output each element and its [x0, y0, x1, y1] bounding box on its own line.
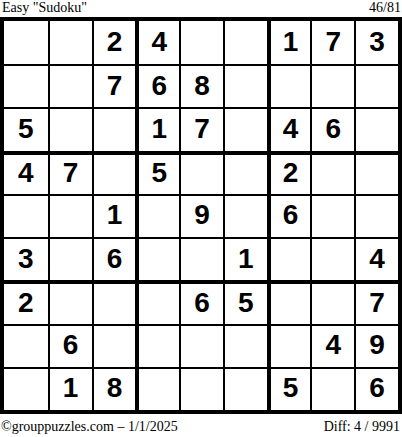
given-digit: 4 [18, 159, 34, 187]
copyright-date: ©grouppuzzles.com – 1/1/2025 [1, 419, 178, 435]
given-digit: 5 [151, 159, 167, 187]
cell-r1c3: 2 [92, 21, 136, 64]
cell-r6c3: 6 [92, 237, 136, 280]
cell-r4c8[interactable] [310, 151, 354, 194]
cell-r5c6[interactable] [223, 194, 267, 237]
cell-r2c5: 8 [179, 64, 223, 107]
cell-r8c7[interactable] [267, 324, 311, 367]
cell-r8c4[interactable] [135, 324, 179, 367]
given-digit: 1 [238, 245, 254, 273]
cell-r9c1[interactable] [4, 367, 48, 410]
cell-r5c4[interactable] [135, 194, 179, 237]
given-digit: 6 [63, 331, 79, 359]
given-digit: 6 [151, 72, 167, 100]
given-digit: 6 [107, 245, 123, 273]
cell-r3c4: 1 [135, 107, 179, 150]
cell-r5c5: 9 [179, 194, 223, 237]
cell-r9c2: 1 [48, 367, 92, 410]
cell-r9c5[interactable] [179, 367, 223, 410]
cell-r2c1[interactable] [4, 64, 48, 107]
cell-r9c3: 8 [92, 367, 136, 410]
cell-r3c9[interactable] [354, 107, 398, 150]
cell-r5c1[interactable] [4, 194, 48, 237]
cell-r4c5[interactable] [179, 151, 223, 194]
given-digit: 7 [194, 115, 210, 143]
remaining-counter: 46/81 [369, 0, 401, 16]
given-digit: 1 [283, 28, 299, 56]
cell-r2c7[interactable] [267, 64, 311, 107]
cell-r6c7[interactable] [267, 237, 311, 280]
cell-r8c2: 6 [48, 324, 92, 367]
given-digit: 4 [326, 331, 342, 359]
given-digit: 2 [283, 159, 299, 187]
cell-r3c2[interactable] [48, 107, 92, 150]
given-digit: 8 [194, 72, 210, 100]
given-digit: 5 [238, 289, 254, 317]
cell-r3c3[interactable] [92, 107, 136, 150]
cell-r4c4: 5 [135, 151, 179, 194]
cell-r9c8[interactable] [310, 367, 354, 410]
cell-r6c2[interactable] [48, 237, 92, 280]
given-digit: 7 [63, 159, 79, 187]
cell-r9c6[interactable] [223, 367, 267, 410]
cell-r1c2[interactable] [48, 21, 92, 64]
given-digit: 8 [107, 374, 123, 402]
given-digit: 4 [283, 115, 299, 143]
difficulty-rating: Diff: 4 / 9991 [324, 419, 400, 435]
cell-r7c9: 7 [354, 280, 398, 323]
cell-r6c8[interactable] [310, 237, 354, 280]
cell-r2c3: 7 [92, 64, 136, 107]
cell-r7c7[interactable] [267, 280, 311, 323]
cell-r8c8: 4 [310, 324, 354, 367]
cell-r1c5[interactable] [179, 21, 223, 64]
cell-r6c5[interactable] [179, 237, 223, 280]
puzzle-title: Easy "Sudoku" [2, 0, 87, 16]
given-digit: 5 [283, 374, 299, 402]
cell-r4c3[interactable] [92, 151, 136, 194]
cell-r8c6[interactable] [223, 324, 267, 367]
cell-r4c6[interactable] [223, 151, 267, 194]
given-digit: 1 [63, 374, 79, 402]
given-digit: 2 [18, 289, 34, 317]
cell-r2c9[interactable] [354, 64, 398, 107]
cell-r1c7: 1 [267, 21, 311, 64]
given-digit: 3 [18, 245, 34, 273]
cell-r1c4: 4 [135, 21, 179, 64]
given-digit: 7 [326, 28, 342, 56]
given-digit: 2 [107, 28, 123, 56]
cell-r4c2: 7 [48, 151, 92, 194]
cell-r5c9[interactable] [354, 194, 398, 237]
given-digit: 6 [194, 289, 210, 317]
cell-r7c5: 6 [179, 280, 223, 323]
given-digit: 3 [369, 28, 385, 56]
cell-r6c4[interactable] [135, 237, 179, 280]
cell-r6c6: 1 [223, 237, 267, 280]
cell-r4c7: 2 [267, 151, 311, 194]
cell-r9c7: 5 [267, 367, 311, 410]
cell-r6c1: 3 [4, 237, 48, 280]
given-digit: 9 [194, 201, 210, 229]
cell-r8c3[interactable] [92, 324, 136, 367]
cell-r9c9: 6 [354, 367, 398, 410]
sudoku-page: Easy "Sudoku" 46/81 24173768517464752196… [0, 0, 402, 437]
cell-r4c9[interactable] [354, 151, 398, 194]
cell-r9c4[interactable] [135, 367, 179, 410]
given-digit: 6 [369, 374, 385, 402]
given-digit: 4 [369, 245, 385, 273]
cell-r7c3[interactable] [92, 280, 136, 323]
given-digit: 6 [326, 115, 342, 143]
cell-r7c8[interactable] [310, 280, 354, 323]
cell-r7c4[interactable] [135, 280, 179, 323]
given-digit: 4 [151, 28, 167, 56]
cell-r1c8: 7 [310, 21, 354, 64]
cell-r7c2[interactable] [48, 280, 92, 323]
cell-r8c1[interactable] [4, 324, 48, 367]
cell-r5c8[interactable] [310, 194, 354, 237]
cell-r2c8[interactable] [310, 64, 354, 107]
given-digit: 7 [369, 289, 385, 317]
given-digit: 1 [151, 115, 167, 143]
given-digit: 6 [283, 201, 299, 229]
cell-r4c1: 4 [4, 151, 48, 194]
cell-r7c1: 2 [4, 280, 48, 323]
cell-r1c1[interactable] [4, 21, 48, 64]
cell-r3c5: 7 [179, 107, 223, 150]
cell-r2c4: 6 [135, 64, 179, 107]
cell-r5c3: 1 [92, 194, 136, 237]
given-digit: 7 [107, 72, 123, 100]
given-digit: 1 [107, 201, 123, 229]
cell-r1c9: 3 [354, 21, 398, 64]
cell-r2c2[interactable] [48, 64, 92, 107]
cell-r5c2[interactable] [48, 194, 92, 237]
cell-r1c6[interactable] [223, 21, 267, 64]
cell-r5c7: 6 [267, 194, 311, 237]
cell-r8c9: 9 [354, 324, 398, 367]
cell-r3c7: 4 [267, 107, 311, 150]
sudoku-board: 24173768517464752196361426576491856 [0, 17, 402, 414]
cell-r3c8: 6 [310, 107, 354, 150]
given-digit: 9 [369, 331, 385, 359]
cell-r2c6[interactable] [223, 64, 267, 107]
cell-r3c1: 5 [4, 107, 48, 150]
cell-r7c6: 5 [223, 280, 267, 323]
cell-r6c9: 4 [354, 237, 398, 280]
cell-r3c6[interactable] [223, 107, 267, 150]
given-digit: 5 [18, 115, 34, 143]
cell-r8c5[interactable] [179, 324, 223, 367]
